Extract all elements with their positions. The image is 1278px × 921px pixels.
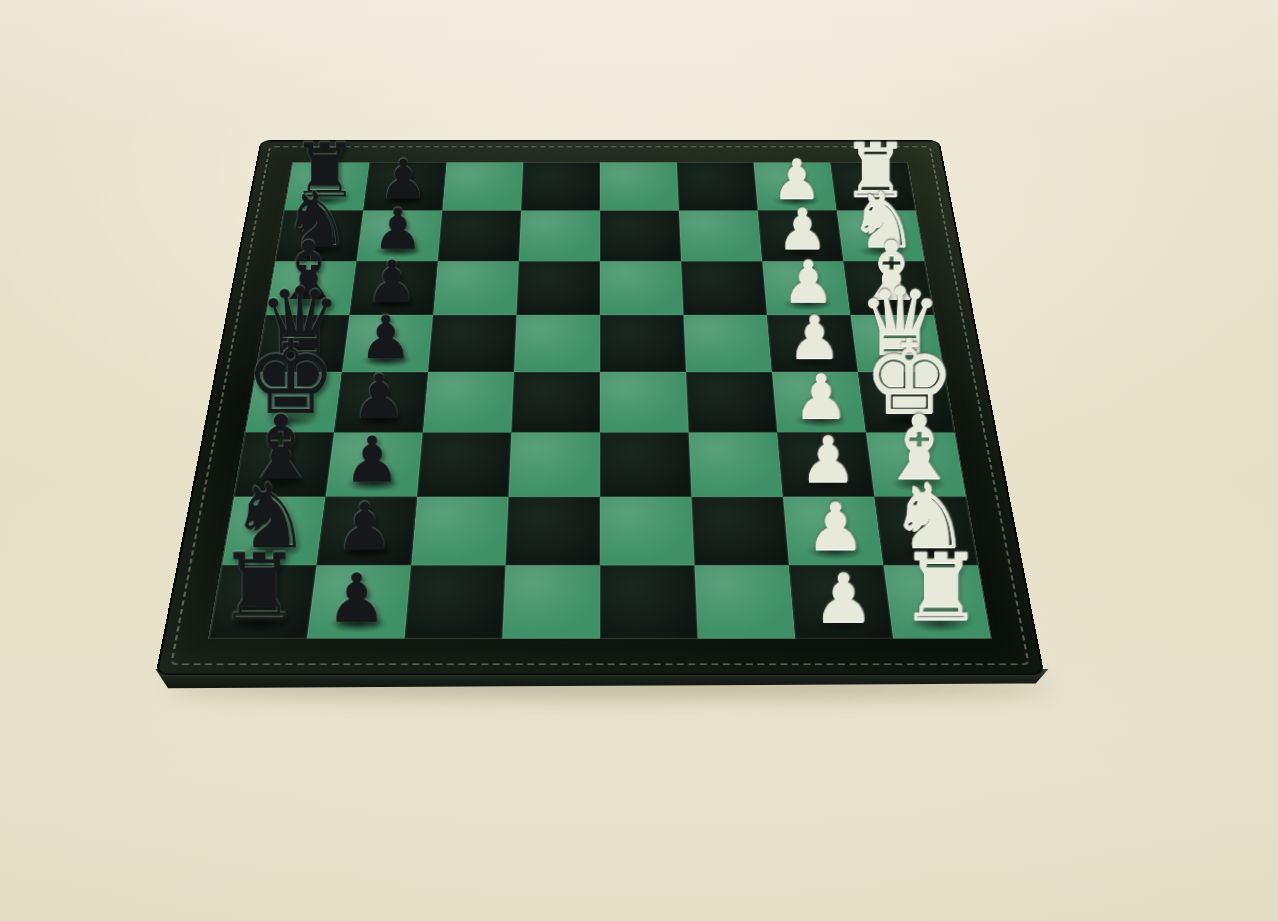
square-f3: [689, 432, 783, 496]
black-pawn: ♟: [335, 497, 394, 557]
square-f5: [509, 432, 600, 496]
square-g7: ♟: [317, 497, 418, 566]
square-c3: [681, 261, 767, 315]
square-e3: [686, 372, 777, 432]
square-c6: [433, 261, 519, 315]
board-grid: ♜♟♟♜♞♟♟♞♝♟♟♝♛♟♟♛♚♟♟♚♝♟♟♝♞♟♟♞♜♟♟♜: [209, 162, 991, 638]
scene: ♜♟♟♜♞♟♟♞♝♟♟♝♛♟♟♛♚♟♟♚♝♟♟♝♞♟♟♞♜♟♟♜: [0, 0, 1278, 921]
square-g5: [506, 497, 600, 566]
square-f4: [600, 432, 691, 496]
white-pawn: ♟: [799, 431, 856, 489]
square-a4: [600, 162, 679, 210]
square-f6: [417, 432, 511, 496]
square-h1: ♜: [883, 565, 990, 638]
white-pawn: ♟: [793, 369, 848, 426]
black-pawn: ♟: [359, 310, 413, 365]
square-c4: [600, 261, 683, 315]
square-h5: [502, 565, 600, 638]
white-pawn: ♟: [806, 497, 865, 557]
black-pawn: ♟: [352, 369, 407, 426]
black-pawn: ♟: [344, 431, 401, 489]
square-d5: [514, 315, 600, 372]
black-pawn: ♟: [366, 255, 418, 308]
white-rook: ♜: [899, 544, 982, 629]
white-pawn: ♟: [813, 567, 874, 629]
square-a5: [521, 162, 600, 210]
square-h6: [405, 565, 506, 638]
square-e5: [511, 372, 600, 432]
square-d6: [428, 315, 517, 372]
square-a6: [442, 162, 523, 210]
square-a3: [677, 162, 758, 210]
square-g6: [411, 497, 509, 566]
square-g3: [691, 497, 789, 566]
white-pawn: ♟: [782, 255, 834, 308]
chess-board: ♜♟♟♜♞♟♟♞♝♟♟♝♛♟♟♛♚♟♟♚♝♟♟♝♞♟♟♞♜♟♟♜: [155, 140, 1044, 675]
square-h2: ♟: [789, 565, 893, 638]
square-g2: ♟: [783, 497, 884, 566]
square-h7: ♟: [307, 565, 411, 638]
square-g4: [600, 497, 694, 566]
square-h4: [600, 565, 698, 638]
square-c5: [517, 261, 600, 315]
square-d3: [683, 315, 772, 372]
black-rook: ♜: [218, 544, 301, 629]
square-h3: [694, 565, 795, 638]
black-pawn: ♟: [326, 567, 387, 629]
square-e4: [600, 372, 689, 432]
square-d4: [600, 315, 686, 372]
white-pawn: ♟: [787, 310, 841, 365]
square-e6: [423, 372, 514, 432]
square-h8: ♜: [209, 565, 316, 638]
